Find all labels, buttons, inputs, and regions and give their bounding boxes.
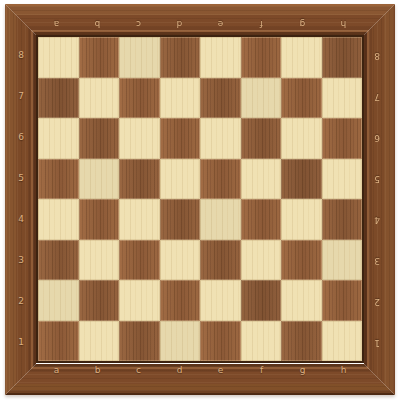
square-a1[interactable] (38, 321, 79, 362)
square-b7[interactable] (79, 78, 120, 119)
square-c7[interactable] (119, 78, 160, 119)
square-a7[interactable] (38, 78, 79, 119)
square-f7[interactable] (241, 78, 282, 119)
square-c5[interactable] (119, 159, 160, 200)
square-c1[interactable] (119, 321, 160, 362)
square-b3[interactable] (79, 240, 120, 281)
square-h3[interactable] (322, 240, 363, 281)
square-e1[interactable] (200, 321, 241, 362)
square-b4[interactable] (79, 199, 120, 240)
square-f1[interactable] (241, 321, 282, 362)
square-e4[interactable] (200, 199, 241, 240)
square-e7[interactable] (200, 78, 241, 119)
square-d5[interactable] (160, 159, 201, 200)
square-f8[interactable] (241, 37, 282, 78)
board-grid (38, 37, 362, 361)
square-h8[interactable] (322, 37, 363, 78)
square-e2[interactable] (200, 280, 241, 321)
square-h6[interactable] (322, 118, 363, 159)
square-a8[interactable] (38, 37, 79, 78)
square-a2[interactable] (38, 280, 79, 321)
square-a6[interactable] (38, 118, 79, 159)
square-a3[interactable] (38, 240, 79, 281)
square-b5[interactable] (79, 159, 120, 200)
chess-board: aa88bb77cc66dd55ee44ff33gg22hh11 (5, 4, 395, 395)
square-g7[interactable] (281, 78, 322, 119)
square-d3[interactable] (160, 240, 201, 281)
square-a4[interactable] (38, 199, 79, 240)
square-f2[interactable] (241, 280, 282, 321)
square-f5[interactable] (241, 159, 282, 200)
square-d4[interactable] (160, 199, 201, 240)
square-b2[interactable] (79, 280, 120, 321)
square-g4[interactable] (281, 199, 322, 240)
product-photo-background: aa88bb77cc66dd55ee44ff33gg22hh11 (0, 0, 400, 400)
square-g6[interactable] (281, 118, 322, 159)
square-c4[interactable] (119, 199, 160, 240)
square-a5[interactable] (38, 159, 79, 200)
square-g5[interactable] (281, 159, 322, 200)
square-g1[interactable] (281, 321, 322, 362)
square-f4[interactable] (241, 199, 282, 240)
square-d6[interactable] (160, 118, 201, 159)
square-g3[interactable] (281, 240, 322, 281)
square-e5[interactable] (200, 159, 241, 200)
square-h2[interactable] (322, 280, 363, 321)
square-d8[interactable] (160, 37, 201, 78)
square-c6[interactable] (119, 118, 160, 159)
square-e8[interactable] (200, 37, 241, 78)
square-e3[interactable] (200, 240, 241, 281)
square-b8[interactable] (79, 37, 120, 78)
square-h7[interactable] (322, 78, 363, 119)
square-c3[interactable] (119, 240, 160, 281)
board-playing-area (36, 35, 364, 363)
square-b6[interactable] (79, 118, 120, 159)
square-b1[interactable] (79, 321, 120, 362)
square-g8[interactable] (281, 37, 322, 78)
square-c2[interactable] (119, 280, 160, 321)
square-h1[interactable] (322, 321, 363, 362)
square-h5[interactable] (322, 159, 363, 200)
square-g2[interactable] (281, 280, 322, 321)
square-f3[interactable] (241, 240, 282, 281)
square-d7[interactable] (160, 78, 201, 119)
square-d2[interactable] (160, 280, 201, 321)
square-d1[interactable] (160, 321, 201, 362)
square-c8[interactable] (119, 37, 160, 78)
square-f6[interactable] (241, 118, 282, 159)
square-h4[interactable] (322, 199, 363, 240)
square-e6[interactable] (200, 118, 241, 159)
